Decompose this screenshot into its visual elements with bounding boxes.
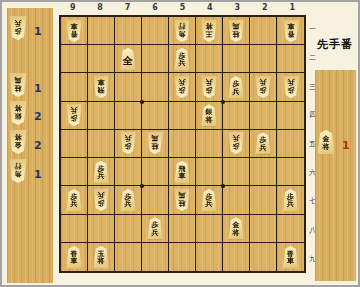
board-cell-4四[interactable]: 銀将 bbox=[196, 102, 223, 130]
board-cell-8九[interactable]: 玉将 bbox=[88, 243, 115, 271]
shogi-piece-歩兵-gote[interactable]: 歩兵 bbox=[66, 104, 82, 126]
piece-kanji: 金将 bbox=[15, 133, 22, 151]
board-cell-6六[interactable] bbox=[142, 158, 169, 186]
board-cell-8六[interactable]: 歩兵 bbox=[88, 158, 115, 186]
piece-kanji: 歩兵 bbox=[260, 134, 267, 152]
shogi-piece-香車-gote[interactable]: 香車 bbox=[283, 20, 299, 42]
piece-kanji: 桂馬 bbox=[152, 134, 159, 152]
piece-kanji: 桂馬 bbox=[15, 76, 22, 94]
piece-kanji: 王将 bbox=[206, 22, 213, 40]
shogi-piece-桂馬-gote[interactable]: 桂馬 bbox=[147, 132, 163, 154]
board-cell-3四[interactable] bbox=[223, 102, 250, 130]
piece-kanji: 全 bbox=[123, 52, 133, 66]
piece-kanji: 歩兵 bbox=[260, 78, 267, 96]
piece-kanji: 歩兵 bbox=[179, 78, 186, 96]
shogi-app-window: 歩兵1桂馬1銀将2金将2角行1 987654321 香車角行王将桂馬香車全歩兵飛… bbox=[0, 0, 360, 287]
board-cell-6八[interactable]: 歩兵 bbox=[142, 215, 169, 243]
board-cell-7二[interactable]: 全 bbox=[115, 45, 142, 73]
board-cell-3八[interactable]: 金将 bbox=[223, 215, 250, 243]
piece-kanji: 歩兵 bbox=[179, 50, 186, 68]
board-cell-1一[interactable]: 香車 bbox=[277, 17, 304, 45]
gote-hand-角行[interactable]: 角行1 bbox=[9, 159, 42, 183]
board-cell-5三[interactable]: 歩兵 bbox=[169, 73, 196, 101]
shogi-piece-金将-gote[interactable]: 金将 bbox=[9, 130, 27, 154]
board-cell-9四[interactable]: 歩兵 bbox=[61, 102, 88, 130]
board-cell-1七[interactable]: 歩兵 bbox=[277, 186, 304, 214]
file-labels: 987654321 bbox=[59, 3, 306, 14]
shogi-piece-玉将-sente[interactable]: 玉将 bbox=[93, 246, 109, 268]
board-star-point bbox=[140, 100, 144, 104]
board-cell-9九[interactable]: 香車 bbox=[61, 243, 88, 271]
board-cell-2八[interactable] bbox=[250, 215, 277, 243]
shogi-piece-歩兵-sente[interactable]: 歩兵 bbox=[255, 132, 271, 154]
piece-kanji: 歩兵 bbox=[152, 219, 159, 237]
board-cell-6五[interactable]: 桂馬 bbox=[142, 130, 169, 158]
board-cell-2一[interactable] bbox=[250, 17, 277, 45]
shogi-piece-桂馬-gote[interactable]: 桂馬 bbox=[174, 189, 190, 211]
board-cell-2七[interactable] bbox=[250, 186, 277, 214]
piece-kanji: 香車 bbox=[71, 22, 78, 40]
shogi-piece-香車-gote[interactable]: 香車 bbox=[66, 20, 82, 42]
piece-kanji: 銀将 bbox=[206, 106, 213, 124]
board-cell-9七[interactable]: 歩兵 bbox=[61, 186, 88, 214]
board-cell-4六[interactable] bbox=[196, 158, 223, 186]
piece-kanji: 金将 bbox=[323, 133, 330, 151]
file-label-6: 6 bbox=[141, 3, 168, 14]
board-cell-9八[interactable] bbox=[61, 215, 88, 243]
shogi-piece-金将-sente[interactable]: 金将 bbox=[317, 130, 335, 154]
shogi-piece-飛車-gote[interactable]: 飛車 bbox=[93, 76, 109, 98]
board-cell-3三[interactable]: 歩兵 bbox=[223, 73, 250, 101]
board-cell-6二[interactable] bbox=[142, 45, 169, 73]
shogi-piece-角行-gote[interactable]: 角行 bbox=[9, 159, 27, 183]
board-cell-7六[interactable] bbox=[115, 158, 142, 186]
shogi-piece-歩兵-gote[interactable]: 歩兵 bbox=[255, 76, 271, 98]
shogi-piece-角行-gote[interactable]: 角行 bbox=[174, 20, 190, 42]
board-cell-1五[interactable] bbox=[277, 130, 304, 158]
piece-kanji: 飛車 bbox=[179, 163, 186, 181]
board-cell-7一[interactable] bbox=[115, 17, 142, 45]
shogi-piece-歩兵-gote[interactable]: 歩兵 bbox=[120, 132, 136, 154]
board-cell-9六[interactable] bbox=[61, 158, 88, 186]
board-cell-5四[interactable] bbox=[169, 102, 196, 130]
board-cell-1六[interactable] bbox=[277, 158, 304, 186]
shogi-board: 香車角行王将桂馬香車全歩兵飛車歩兵歩兵歩兵歩兵歩兵歩兵銀将歩兵桂馬歩兵歩兵歩兵飛… bbox=[59, 15, 306, 273]
board-cell-3七[interactable] bbox=[223, 186, 250, 214]
shogi-piece-歩兵-sente[interactable]: 歩兵 bbox=[93, 161, 109, 183]
board-cell-5二[interactable]: 歩兵 bbox=[169, 45, 196, 73]
file-label-1: 1 bbox=[279, 3, 306, 14]
piece-kanji: 歩兵 bbox=[71, 191, 78, 209]
board-cell-2九[interactable] bbox=[250, 243, 277, 271]
board-cell-2六[interactable] bbox=[250, 158, 277, 186]
shogi-piece-金将-sente[interactable]: 金将 bbox=[228, 217, 244, 239]
board-cell-8一[interactable] bbox=[88, 17, 115, 45]
gote-hand-歩兵[interactable]: 歩兵1 bbox=[9, 16, 42, 40]
board-cell-3二[interactable] bbox=[223, 45, 250, 73]
shogi-piece-銀将-gote[interactable]: 銀将 bbox=[9, 101, 27, 125]
board-cell-2三[interactable]: 歩兵 bbox=[250, 73, 277, 101]
board-cell-4三[interactable]: 歩兵 bbox=[196, 73, 223, 101]
board-cell-3一[interactable]: 桂馬 bbox=[223, 17, 250, 45]
gote-captured-tray: 歩兵1桂馬1銀将2金将2角行1 bbox=[7, 8, 53, 283]
board-cell-5一[interactable]: 角行 bbox=[169, 17, 196, 45]
file-label-4: 4 bbox=[196, 3, 223, 14]
gote-hand-金将[interactable]: 金将2 bbox=[9, 130, 42, 154]
board-cell-6一[interactable] bbox=[142, 17, 169, 45]
board-cell-8二[interactable] bbox=[88, 45, 115, 73]
shogi-piece-桂馬-gote[interactable]: 桂馬 bbox=[9, 73, 27, 97]
board-cell-5七[interactable]: 桂馬 bbox=[169, 186, 196, 214]
board-cell-4五[interactable] bbox=[196, 130, 223, 158]
board-cell-4九[interactable] bbox=[196, 243, 223, 271]
piece-kanji: 歩兵 bbox=[125, 191, 132, 209]
shogi-piece-歩兵-gote[interactable]: 歩兵 bbox=[228, 132, 244, 154]
shogi-piece-全-sente[interactable]: 全 bbox=[120, 48, 136, 70]
shogi-piece-香車-sente[interactable]: 香車 bbox=[283, 246, 299, 268]
board-cell-4一[interactable]: 王将 bbox=[196, 17, 223, 45]
board-cell-7四[interactable] bbox=[115, 102, 142, 130]
board-cell-6七[interactable] bbox=[142, 186, 169, 214]
board-cell-8五[interactable] bbox=[88, 130, 115, 158]
shogi-piece-歩兵-gote[interactable]: 歩兵 bbox=[93, 189, 109, 211]
board-cell-7八[interactable] bbox=[115, 215, 142, 243]
board-cell-5六[interactable]: 飛車 bbox=[169, 158, 196, 186]
board-cell-2二[interactable] bbox=[250, 45, 277, 73]
board-cell-6四[interactable] bbox=[142, 102, 169, 130]
board-cell-3五[interactable]: 歩兵 bbox=[223, 130, 250, 158]
piece-kanji: 歩兵 bbox=[98, 191, 105, 209]
board-cell-4七[interactable]: 歩兵 bbox=[196, 186, 223, 214]
piece-kanji: 玉将 bbox=[98, 248, 105, 266]
piece-kanji: 歩兵 bbox=[206, 191, 213, 209]
piece-kanji: 飛車 bbox=[98, 78, 105, 96]
shogi-piece-歩兵-gote[interactable]: 歩兵 bbox=[9, 16, 27, 40]
board-cell-9三[interactable] bbox=[61, 73, 88, 101]
gote-hand-桂馬[interactable]: 桂馬1 bbox=[9, 73, 42, 97]
captured-count: 1 bbox=[34, 82, 42, 95]
piece-kanji: 角行 bbox=[15, 162, 22, 180]
piece-kanji: 桂馬 bbox=[179, 191, 186, 209]
shogi-piece-歩兵-sente[interactable]: 歩兵 bbox=[174, 48, 190, 70]
board-cell-4八[interactable] bbox=[196, 215, 223, 243]
board-cell-8三[interactable]: 飛車 bbox=[88, 73, 115, 101]
captured-count: 2 bbox=[34, 139, 42, 152]
shogi-piece-王将-gote[interactable]: 王将 bbox=[201, 20, 217, 42]
sente-captured-tray: 金将1 bbox=[315, 70, 356, 281]
board-cell-2五[interactable]: 歩兵 bbox=[250, 130, 277, 158]
board-cell-5五[interactable] bbox=[169, 130, 196, 158]
board-cell-3九[interactable] bbox=[223, 243, 250, 271]
piece-kanji: 歩兵 bbox=[125, 134, 132, 152]
piece-kanji: 歩兵 bbox=[206, 78, 213, 96]
piece-kanji: 歩兵 bbox=[98, 163, 105, 181]
piece-kanji: 香車 bbox=[71, 248, 78, 266]
shogi-piece-飛車-sente[interactable]: 飛車 bbox=[174, 161, 190, 183]
shogi-piece-歩兵-gote[interactable]: 歩兵 bbox=[174, 76, 190, 98]
piece-kanji: 歩兵 bbox=[287, 191, 294, 209]
piece-kanji: 歩兵 bbox=[15, 19, 22, 37]
piece-kanji: 桂馬 bbox=[233, 22, 240, 40]
board-cell-7五[interactable]: 歩兵 bbox=[115, 130, 142, 158]
board-cell-7三[interactable] bbox=[115, 73, 142, 101]
board-cell-1三[interactable]: 歩兵 bbox=[277, 73, 304, 101]
piece-kanji: 銀将 bbox=[15, 104, 22, 122]
board-cell-9一[interactable]: 香車 bbox=[61, 17, 88, 45]
board-cell-5九[interactable] bbox=[169, 243, 196, 271]
board-cell-9五[interactable] bbox=[61, 130, 88, 158]
shogi-piece-銀将-sente[interactable]: 銀将 bbox=[201, 104, 217, 126]
piece-kanji: 香車 bbox=[287, 22, 294, 40]
shogi-piece-歩兵-sente[interactable]: 歩兵 bbox=[147, 217, 163, 239]
shogi-piece-歩兵-sente[interactable]: 歩兵 bbox=[66, 189, 82, 211]
shogi-piece-香車-sente[interactable]: 香車 bbox=[66, 246, 82, 268]
shogi-piece-歩兵-gote[interactable]: 歩兵 bbox=[283, 76, 299, 98]
board-cell-7九[interactable] bbox=[115, 243, 142, 271]
board-cell-5八[interactable] bbox=[169, 215, 196, 243]
piece-kanji: 歩兵 bbox=[233, 78, 240, 96]
file-label-5: 5 bbox=[169, 3, 196, 14]
board-cell-1四[interactable] bbox=[277, 102, 304, 130]
board-cell-8八[interactable] bbox=[88, 215, 115, 243]
gote-hand-銀将[interactable]: 銀将2 bbox=[9, 101, 42, 125]
piece-kanji: 金将 bbox=[233, 219, 240, 237]
board-cell-1九[interactable]: 香車 bbox=[277, 243, 304, 271]
board-cell-1二[interactable] bbox=[277, 45, 304, 73]
piece-kanji: 歩兵 bbox=[287, 78, 294, 96]
piece-kanji: 歩兵 bbox=[233, 134, 240, 152]
board-cell-3六[interactable] bbox=[223, 158, 250, 186]
sente-hand-金将[interactable]: 金将1 bbox=[317, 130, 350, 154]
shogi-piece-歩兵-sente[interactable]: 歩兵 bbox=[201, 189, 217, 211]
file-label-2: 2 bbox=[251, 3, 278, 14]
board-cell-6九[interactable] bbox=[142, 243, 169, 271]
captured-count: 1 bbox=[34, 168, 42, 181]
file-label-8: 8 bbox=[86, 3, 113, 14]
captured-count: 1 bbox=[34, 25, 42, 38]
shogi-piece-歩兵-gote[interactable]: 歩兵 bbox=[201, 76, 217, 98]
board-cell-6三[interactable] bbox=[142, 73, 169, 101]
captured-count: 2 bbox=[34, 110, 42, 123]
file-label-3: 3 bbox=[224, 3, 251, 14]
board-cell-2四[interactable] bbox=[250, 102, 277, 130]
piece-kanji: 歩兵 bbox=[71, 106, 78, 124]
board-cell-8七[interactable]: 歩兵 bbox=[88, 186, 115, 214]
shogi-piece-桂馬-gote[interactable]: 桂馬 bbox=[228, 20, 244, 42]
board-cell-9二[interactable] bbox=[61, 45, 88, 73]
board-cell-7七[interactable]: 歩兵 bbox=[115, 186, 142, 214]
shogi-piece-歩兵-sente[interactable]: 歩兵 bbox=[120, 189, 136, 211]
board-cell-4二[interactable] bbox=[196, 45, 223, 73]
board-cell-8四[interactable] bbox=[88, 102, 115, 130]
piece-kanji: 香車 bbox=[287, 248, 294, 266]
shogi-piece-歩兵-sente[interactable]: 歩兵 bbox=[228, 76, 244, 98]
board-cell-1八[interactable] bbox=[277, 215, 304, 243]
file-label-9: 9 bbox=[59, 3, 86, 14]
captured-count: 1 bbox=[342, 139, 350, 152]
board-star-point bbox=[221, 100, 225, 104]
shogi-piece-歩兵-sente[interactable]: 歩兵 bbox=[283, 189, 299, 211]
piece-kanji: 角行 bbox=[179, 22, 186, 40]
turn-indicator: 先手番 bbox=[317, 37, 353, 52]
file-label-7: 7 bbox=[114, 3, 141, 14]
